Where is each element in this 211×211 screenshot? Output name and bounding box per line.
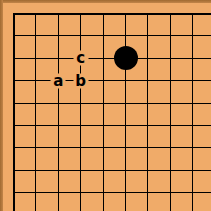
board-intersection[interactable] [35,103,57,125]
board-intersection[interactable] [125,80,147,102]
board-intersection[interactable] [13,192,35,211]
board-intersection[interactable] [80,170,102,192]
board-intersection[interactable] [147,170,169,192]
board-intersection[interactable] [58,125,80,147]
point-label-b[interactable]: b [73,73,88,88]
board-intersection[interactable] [13,103,35,125]
board-intersection[interactable] [147,35,169,57]
black-stone[interactable] [114,46,138,70]
board-intersection[interactable] [125,13,147,35]
board-intersection[interactable] [192,192,211,211]
board-intersection[interactable] [35,147,57,169]
board-intersection[interactable] [58,13,80,35]
board-intersection[interactable] [192,103,211,125]
go-board: abc [0,0,211,211]
board-intersection[interactable] [80,147,102,169]
board-intersection[interactable] [58,170,80,192]
board-intersection[interactable] [35,13,57,35]
board-intersection[interactable] [125,170,147,192]
board-intersection[interactable] [103,147,125,169]
board-intersection[interactable] [125,147,147,169]
board-intersection[interactable] [125,103,147,125]
board-intersection[interactable] [13,58,35,80]
board-intersection[interactable] [35,170,57,192]
board-intersection[interactable] [170,103,192,125]
board-intersection[interactable] [58,147,80,169]
board-intersection[interactable] [125,192,147,211]
board-top-edge [0,0,211,3]
board-intersection[interactable] [147,58,169,80]
board-intersection[interactable] [192,35,211,57]
board-intersection[interactable] [103,13,125,35]
point-label-c[interactable]: c [73,51,88,66]
board-intersection[interactable] [170,80,192,102]
board-intersection[interactable] [170,13,192,35]
board-intersection[interactable] [103,80,125,102]
board-intersection[interactable] [35,192,57,211]
board-intersection[interactable] [13,35,35,57]
board-intersection[interactable] [35,125,57,147]
point-label-a[interactable]: a [51,73,66,88]
board-intersection[interactable] [147,147,169,169]
board-grid [13,13,211,211]
board-intersection[interactable] [80,125,102,147]
board-left-edge [0,0,3,211]
board-intersection[interactable] [80,13,102,35]
board-intersection[interactable] [103,103,125,125]
board-intersection[interactable] [170,192,192,211]
board-intersection[interactable] [103,170,125,192]
board-intersection[interactable] [58,192,80,211]
board-intersection[interactable] [192,147,211,169]
board-intersection[interactable] [192,58,211,80]
board-intersection[interactable] [13,125,35,147]
board-intersection[interactable] [103,192,125,211]
board-intersection[interactable] [147,125,169,147]
board-intersection[interactable] [192,170,211,192]
board-intersection[interactable] [170,58,192,80]
board-intersection[interactable] [13,147,35,169]
board-intersection[interactable] [80,192,102,211]
board-intersection[interactable] [147,103,169,125]
board-intersection[interactable] [170,170,192,192]
board-intersection[interactable] [13,13,35,35]
board-intersection[interactable] [35,35,57,57]
board-intersection[interactable] [80,103,102,125]
board-intersection[interactable] [170,35,192,57]
board-intersection[interactable] [58,103,80,125]
board-intersection[interactable] [13,80,35,102]
board-intersection[interactable] [170,125,192,147]
board-intersection[interactable] [192,125,211,147]
board-intersection[interactable] [125,125,147,147]
board-intersection[interactable] [13,170,35,192]
board-intersection[interactable] [147,13,169,35]
board-intersection[interactable] [147,192,169,211]
board-intersection[interactable] [192,13,211,35]
board-intersection[interactable] [192,80,211,102]
board-intersection[interactable] [147,80,169,102]
board-intersection[interactable] [170,147,192,169]
board-intersection[interactable] [103,125,125,147]
